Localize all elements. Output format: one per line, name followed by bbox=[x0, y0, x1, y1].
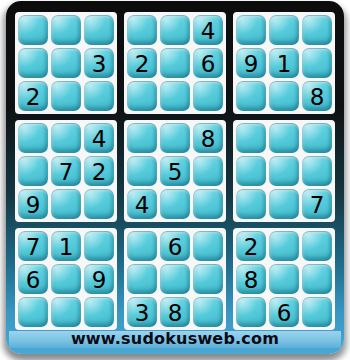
given-digit: 4 bbox=[201, 20, 216, 43]
cell-r2c6[interactable]: 6 bbox=[193, 48, 223, 78]
given-digit: 8 bbox=[201, 128, 216, 151]
cell-r8c4[interactable] bbox=[127, 264, 157, 294]
cell-r6c4[interactable]: 4 bbox=[127, 189, 157, 219]
cell-r4c7[interactable] bbox=[236, 123, 266, 153]
sudoku-box-6: 7 bbox=[233, 120, 335, 222]
given-digit: 6 bbox=[201, 53, 216, 76]
cell-r1c7[interactable] bbox=[236, 15, 266, 45]
cell-r1c4[interactable] bbox=[127, 15, 157, 45]
cell-r5c8[interactable] bbox=[269, 156, 299, 186]
given-digit: 7 bbox=[310, 194, 325, 217]
cell-r5c5[interactable]: 5 bbox=[160, 156, 190, 186]
cell-r4c3[interactable]: 4 bbox=[84, 123, 114, 153]
sudoku-box-5: 854 bbox=[124, 120, 226, 222]
cell-r1c2[interactable] bbox=[51, 15, 81, 45]
cell-r8c5[interactable] bbox=[160, 264, 190, 294]
cell-r9c4[interactable]: 3 bbox=[127, 297, 157, 327]
cell-r1c1[interactable] bbox=[18, 15, 48, 45]
cell-r6c9[interactable]: 7 bbox=[302, 189, 332, 219]
cell-r5c7[interactable] bbox=[236, 156, 266, 186]
cell-r6c7[interactable] bbox=[236, 189, 266, 219]
given-digit: 1 bbox=[277, 53, 292, 76]
cell-r2c3[interactable]: 3 bbox=[84, 48, 114, 78]
cell-r6c6[interactable] bbox=[193, 189, 223, 219]
cell-r5c3[interactable]: 2 bbox=[84, 156, 114, 186]
cell-r5c1[interactable] bbox=[18, 156, 48, 186]
cell-r1c8[interactable] bbox=[269, 15, 299, 45]
cell-r3c1[interactable]: 2 bbox=[18, 81, 48, 111]
cell-r2c1[interactable] bbox=[18, 48, 48, 78]
sudoku-box-4: 4729 bbox=[15, 120, 117, 222]
cell-r7c3[interactable] bbox=[84, 231, 114, 261]
sudoku-box-2: 426 bbox=[124, 12, 226, 114]
cell-r9c1[interactable] bbox=[18, 297, 48, 327]
cell-r4c9[interactable] bbox=[302, 123, 332, 153]
cell-r6c3[interactable] bbox=[84, 189, 114, 219]
given-digit: 6 bbox=[168, 236, 183, 259]
cell-r3c7[interactable] bbox=[236, 81, 266, 111]
sudoku-box-3: 918 bbox=[233, 12, 335, 114]
cell-r2c9[interactable] bbox=[302, 48, 332, 78]
cell-r6c1[interactable]: 9 bbox=[18, 189, 48, 219]
given-digit: 3 bbox=[135, 302, 150, 325]
cell-r7c2[interactable]: 1 bbox=[51, 231, 81, 261]
cell-r3c2[interactable] bbox=[51, 81, 81, 111]
given-digit: 2 bbox=[135, 53, 150, 76]
cell-r6c5[interactable] bbox=[160, 189, 190, 219]
given-digit: 3 bbox=[92, 53, 107, 76]
cell-r9c6[interactable] bbox=[193, 297, 223, 327]
cell-r1c5[interactable] bbox=[160, 15, 190, 45]
given-digit: 7 bbox=[26, 236, 41, 259]
cell-r2c5[interactable] bbox=[160, 48, 190, 78]
cell-r9c3[interactable] bbox=[84, 297, 114, 327]
given-digit: 2 bbox=[26, 86, 41, 109]
given-digit: 9 bbox=[26, 194, 41, 217]
cell-r6c2[interactable] bbox=[51, 189, 81, 219]
cell-r5c9[interactable] bbox=[302, 156, 332, 186]
given-digit: 9 bbox=[92, 269, 107, 292]
board-frame: 32426918472985477169638286 www.sudokuswe… bbox=[6, 1, 344, 354]
cell-r4c4[interactable] bbox=[127, 123, 157, 153]
cell-r1c3[interactable] bbox=[84, 15, 114, 45]
cell-r4c6[interactable]: 8 bbox=[193, 123, 223, 153]
cell-r3c9[interactable]: 8 bbox=[302, 81, 332, 111]
given-digit: 2 bbox=[244, 236, 259, 259]
given-digit: 6 bbox=[277, 302, 292, 325]
cell-r3c8[interactable] bbox=[269, 81, 299, 111]
given-digit: 1 bbox=[59, 236, 74, 259]
cell-r4c5[interactable] bbox=[160, 123, 190, 153]
cell-r3c5[interactable] bbox=[160, 81, 190, 111]
given-digit: 8 bbox=[168, 302, 183, 325]
given-digit: 9 bbox=[244, 53, 259, 76]
given-digit: 4 bbox=[92, 128, 107, 151]
cell-r2c2[interactable] bbox=[51, 48, 81, 78]
cell-r2c7[interactable]: 9 bbox=[236, 48, 266, 78]
cell-r7c7[interactable]: 2 bbox=[236, 231, 266, 261]
sudoku-page: 32426918472985477169638286 www.sudokuswe… bbox=[0, 0, 350, 360]
cell-r7c8[interactable] bbox=[269, 231, 299, 261]
cell-r8c3[interactable]: 9 bbox=[84, 264, 114, 294]
sudoku-box-7: 7169 bbox=[15, 228, 117, 330]
cell-r7c5[interactable]: 6 bbox=[160, 231, 190, 261]
sudoku-box-8: 638 bbox=[124, 228, 226, 330]
site-link-bar: www.sudokusweb.com bbox=[9, 331, 341, 348]
cell-r4c1[interactable] bbox=[18, 123, 48, 153]
cell-r8c6[interactable] bbox=[193, 264, 223, 294]
cell-r3c3[interactable] bbox=[84, 81, 114, 111]
cell-r9c9[interactable] bbox=[302, 297, 332, 327]
cell-r9c8[interactable]: 6 bbox=[269, 297, 299, 327]
cell-r9c2[interactable] bbox=[51, 297, 81, 327]
given-digit: 6 bbox=[26, 269, 41, 292]
cell-r4c2[interactable] bbox=[51, 123, 81, 153]
given-digit: 7 bbox=[59, 161, 74, 184]
cell-r3c4[interactable] bbox=[127, 81, 157, 111]
cell-r4c8[interactable] bbox=[269, 123, 299, 153]
cell-r8c9[interactable] bbox=[302, 264, 332, 294]
cell-r7c4[interactable] bbox=[127, 231, 157, 261]
cell-r7c1[interactable]: 7 bbox=[18, 231, 48, 261]
cell-r5c4[interactable] bbox=[127, 156, 157, 186]
cell-r9c5[interactable]: 8 bbox=[160, 297, 190, 327]
cell-r3c6[interactable] bbox=[193, 81, 223, 111]
given-digit: 8 bbox=[244, 269, 259, 292]
sudoku-board: 32426918472985477169638286 bbox=[15, 12, 335, 330]
sudoku-box-1: 32 bbox=[15, 12, 117, 114]
given-digit: 8 bbox=[310, 86, 325, 109]
cell-r5c2[interactable]: 7 bbox=[51, 156, 81, 186]
cell-r6c8[interactable] bbox=[269, 189, 299, 219]
cell-r1c9[interactable] bbox=[302, 15, 332, 45]
given-digit: 5 bbox=[168, 161, 183, 184]
cell-r8c2[interactable] bbox=[51, 264, 81, 294]
cell-r7c6[interactable] bbox=[193, 231, 223, 261]
cell-r1c6[interactable]: 4 bbox=[193, 15, 223, 45]
cell-r5c6[interactable] bbox=[193, 156, 223, 186]
given-digit: 4 bbox=[135, 194, 150, 217]
site-url: www.sudokusweb.com bbox=[71, 329, 279, 348]
cell-r8c7[interactable]: 8 bbox=[236, 264, 266, 294]
cell-r9c7[interactable] bbox=[236, 297, 266, 327]
cell-r2c4[interactable]: 2 bbox=[127, 48, 157, 78]
cell-r8c1[interactable]: 6 bbox=[18, 264, 48, 294]
cell-r8c8[interactable] bbox=[269, 264, 299, 294]
given-digit: 2 bbox=[92, 161, 107, 184]
sudoku-box-9: 286 bbox=[233, 228, 335, 330]
cell-r2c8[interactable]: 1 bbox=[269, 48, 299, 78]
cell-r7c9[interactable] bbox=[302, 231, 332, 261]
